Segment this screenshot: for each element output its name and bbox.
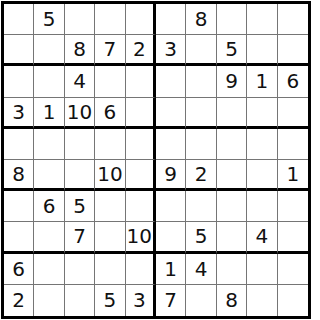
cell-r2c10[interactable] [278,35,308,66]
cell-r3c6[interactable] [156,66,186,97]
cell-r1c6[interactable] [156,4,186,35]
page: 5887235491631106810921657105461425378 [0,0,320,320]
cell-r4c6[interactable] [156,98,186,129]
cell-r5c8[interactable] [217,129,247,160]
cell-r2c5-given[interactable]: 2 [126,35,156,66]
cell-r2c3-given[interactable]: 8 [65,35,95,66]
cell-r3c2[interactable] [34,66,64,97]
cell-r9c5[interactable] [126,254,156,285]
cell-r3c3-given[interactable]: 4 [65,66,95,97]
cell-r2c7[interactable] [186,35,216,66]
cell-r5c10[interactable] [278,129,308,160]
cell-r5c3[interactable] [65,129,95,160]
cell-r3c4[interactable] [95,66,125,97]
cell-r9c3[interactable] [65,254,95,285]
cell-r8c1[interactable] [4,222,34,253]
cell-r4c8[interactable] [217,98,247,129]
cell-r4c4-given[interactable]: 6 [95,98,125,129]
cell-r7c7[interactable] [186,191,216,222]
cell-r9c4[interactable] [95,254,125,285]
cell-r10c7[interactable] [186,285,216,316]
cell-r2c2[interactable] [34,35,64,66]
cell-r7c8[interactable] [217,191,247,222]
cell-r8c9-given[interactable]: 4 [247,222,277,253]
cell-r10c4-given[interactable]: 5 [95,285,125,316]
cell-r9c6-given[interactable]: 1 [156,254,186,285]
cell-r8c7-given[interactable]: 5 [186,222,216,253]
cell-r8c3-given[interactable]: 7 [65,222,95,253]
cell-r1c3[interactable] [65,4,95,35]
cell-r6c4-given[interactable]: 10 [95,160,125,191]
cell-r4c1-given[interactable]: 3 [4,98,34,129]
cell-r6c1-given[interactable]: 8 [4,160,34,191]
cell-r5c2[interactable] [34,129,64,160]
cell-r10c3[interactable] [65,285,95,316]
cell-r9c8[interactable] [217,254,247,285]
cell-r5c9[interactable] [247,129,277,160]
cell-r2c8-given[interactable]: 5 [217,35,247,66]
cell-r4c3-given[interactable]: 10 [65,98,95,129]
cell-r9c1-given[interactable]: 6 [4,254,34,285]
cell-r6c2[interactable] [34,160,64,191]
cell-r1c9[interactable] [247,4,277,35]
cell-r10c6-given[interactable]: 7 [156,285,186,316]
cell-r3c5[interactable] [126,66,156,97]
cell-r1c2-given[interactable]: 5 [34,4,64,35]
cell-r7c9[interactable] [247,191,277,222]
cell-r8c4[interactable] [95,222,125,253]
cell-r6c5[interactable] [126,160,156,191]
cell-r2c9[interactable] [247,35,277,66]
cell-r4c5[interactable] [126,98,156,129]
cell-r4c7[interactable] [186,98,216,129]
cell-r3c8-given[interactable]: 9 [217,66,247,97]
cell-r10c8-given[interactable]: 8 [217,285,247,316]
cell-r1c8[interactable] [217,4,247,35]
cell-r6c7-given[interactable]: 2 [186,160,216,191]
cell-r6c9[interactable] [247,160,277,191]
cell-r6c6-given[interactable]: 9 [156,160,186,191]
cell-r1c7-given[interactable]: 8 [186,4,216,35]
cell-r1c10[interactable] [278,4,308,35]
cell-r5c1[interactable] [4,129,34,160]
cell-r3c10-given[interactable]: 6 [278,66,308,97]
cell-r7c6[interactable] [156,191,186,222]
cell-r5c5[interactable] [126,129,156,160]
cell-r7c2-given[interactable]: 6 [34,191,64,222]
cell-r6c8[interactable] [217,160,247,191]
cell-r9c2[interactable] [34,254,64,285]
cell-r7c3-given[interactable]: 5 [65,191,95,222]
cell-r8c2[interactable] [34,222,64,253]
cell-r8c10[interactable] [278,222,308,253]
sudoku-board: 5887235491631106810921657105461425378 [1,1,311,319]
cell-r1c4[interactable] [95,4,125,35]
cell-r2c6-given[interactable]: 3 [156,35,186,66]
cell-r2c4-given[interactable]: 7 [95,35,125,66]
cell-r8c6[interactable] [156,222,186,253]
cell-r9c9[interactable] [247,254,277,285]
cell-r10c10[interactable] [278,285,308,316]
cell-r10c1-given[interactable]: 2 [4,285,34,316]
cell-r7c10[interactable] [278,191,308,222]
cell-r4c9[interactable] [247,98,277,129]
cell-r1c1[interactable] [4,4,34,35]
cell-r7c4[interactable] [95,191,125,222]
cell-r5c4[interactable] [95,129,125,160]
cell-r4c2-given[interactable]: 1 [34,98,64,129]
cell-r7c5[interactable] [126,191,156,222]
cell-r1c5[interactable] [126,4,156,35]
cell-r10c2[interactable] [34,285,64,316]
cell-r9c10[interactable] [278,254,308,285]
cell-r10c9[interactable] [247,285,277,316]
cell-r5c6[interactable] [156,129,186,160]
cell-r8c5-given[interactable]: 10 [126,222,156,253]
cell-r10c5-given[interactable]: 3 [126,285,156,316]
cell-r6c10-given[interactable]: 1 [278,160,308,191]
cell-r6c3[interactable] [65,160,95,191]
cell-r5c7[interactable] [186,129,216,160]
cell-r2c1[interactable] [4,35,34,66]
cell-r7c1[interactable] [4,191,34,222]
cell-r3c1[interactable] [4,66,34,97]
cell-r8c8[interactable] [217,222,247,253]
cell-r3c9-given[interactable]: 1 [247,66,277,97]
cell-r3c7[interactable] [186,66,216,97]
cell-r9c7-given[interactable]: 4 [186,254,216,285]
cell-r4c10[interactable] [278,98,308,129]
